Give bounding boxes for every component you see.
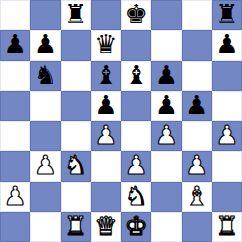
square-a3[interactable] (0, 151, 30, 181)
square-e8[interactable]: ♚ (121, 0, 151, 30)
piece-white-knight[interactable]: ♞ (124, 183, 147, 209)
piece-black-pawn[interactable]: ♟ (215, 31, 238, 57)
square-f3[interactable] (151, 151, 181, 181)
square-h4[interactable]: ♟ (212, 121, 242, 151)
square-f4[interactable]: ♟ (151, 121, 181, 151)
piece-black-rook[interactable]: ♜ (64, 1, 87, 27)
square-f6[interactable]: ♟ (151, 61, 181, 91)
piece-black-pawn[interactable]: ♟ (3, 31, 26, 57)
square-b7[interactable]: ♟ (30, 30, 60, 60)
square-b4[interactable] (30, 121, 60, 151)
piece-black-pawn[interactable]: ♟ (155, 62, 178, 88)
square-a4[interactable] (0, 121, 30, 151)
square-g6[interactable] (182, 61, 212, 91)
square-g5[interactable]: ♟ (182, 91, 212, 121)
square-b5[interactable] (30, 91, 60, 121)
square-d7[interactable]: ♛ (91, 30, 121, 60)
square-f8[interactable] (151, 0, 181, 30)
square-h2[interactable] (212, 182, 242, 212)
square-d4[interactable]: ♟ (91, 121, 121, 151)
square-g7[interactable] (182, 30, 212, 60)
square-g4[interactable] (182, 121, 212, 151)
square-d2[interactable] (91, 182, 121, 212)
square-c3[interactable]: ♞ (61, 151, 91, 181)
piece-black-pawn[interactable]: ♟ (34, 31, 57, 57)
square-f7[interactable] (151, 30, 181, 60)
piece-white-pawn[interactable]: ♟ (94, 122, 117, 148)
square-a8[interactable] (0, 0, 30, 30)
square-e7[interactable] (121, 30, 151, 60)
square-b8[interactable] (30, 0, 60, 30)
piece-black-queen[interactable]: ♛ (94, 31, 117, 57)
square-d3[interactable] (91, 151, 121, 181)
square-h6[interactable] (212, 61, 242, 91)
square-d6[interactable]: ♝ (91, 61, 121, 91)
square-h3[interactable] (212, 151, 242, 181)
square-b3[interactable]: ♟ (30, 151, 60, 181)
square-h7[interactable]: ♟ (212, 30, 242, 60)
square-a1[interactable] (0, 212, 30, 242)
piece-white-king[interactable]: ♚ (124, 213, 147, 239)
square-f2[interactable] (151, 182, 181, 212)
square-b6[interactable]: ♞ (30, 61, 60, 91)
piece-black-bishop[interactable]: ♝ (94, 62, 117, 88)
square-f1[interactable] (151, 212, 181, 242)
piece-black-pawn[interactable]: ♟ (155, 92, 178, 118)
square-e3[interactable]: ♟ (121, 151, 151, 181)
square-h8[interactable]: ♜ (212, 0, 242, 30)
square-c8[interactable]: ♜ (61, 0, 91, 30)
square-c2[interactable] (61, 182, 91, 212)
chess-board: ♜♚♜♟♟♛♟♞♝♝♟♟♟♟♟♟♟♟♞♟♟♟♞♝♜♛♚♜ (0, 0, 242, 242)
square-b2[interactable] (30, 182, 60, 212)
piece-black-pawn[interactable]: ♟ (185, 92, 208, 118)
piece-black-pawn[interactable]: ♟ (94, 92, 117, 118)
square-d5[interactable]: ♟ (91, 91, 121, 121)
square-c7[interactable] (61, 30, 91, 60)
square-c6[interactable] (61, 61, 91, 91)
square-e6[interactable]: ♝ (121, 61, 151, 91)
piece-white-pawn[interactable]: ♟ (155, 122, 178, 148)
piece-white-pawn[interactable]: ♟ (34, 152, 57, 178)
piece-white-pawn[interactable]: ♟ (215, 122, 238, 148)
piece-white-bishop[interactable]: ♝ (185, 183, 208, 209)
square-g3[interactable]: ♟ (182, 151, 212, 181)
square-a6[interactable] (0, 61, 30, 91)
square-a2[interactable]: ♟ (0, 182, 30, 212)
square-a5[interactable] (0, 91, 30, 121)
piece-white-pawn[interactable]: ♟ (185, 152, 208, 178)
square-h5[interactable] (212, 91, 242, 121)
piece-white-pawn[interactable]: ♟ (3, 183, 26, 209)
piece-black-king[interactable]: ♚ (124, 1, 147, 27)
square-c5[interactable] (61, 91, 91, 121)
square-e1[interactable]: ♚ (121, 212, 151, 242)
square-c4[interactable] (61, 121, 91, 151)
piece-white-queen[interactable]: ♛ (94, 213, 117, 239)
square-e5[interactable] (121, 91, 151, 121)
square-d8[interactable] (91, 0, 121, 30)
square-f5[interactable]: ♟ (151, 91, 181, 121)
piece-black-knight[interactable]: ♞ (34, 62, 57, 88)
square-e4[interactable] (121, 121, 151, 151)
square-d1[interactable]: ♛ (91, 212, 121, 242)
square-g8[interactable] (182, 0, 212, 30)
square-e2[interactable]: ♞ (121, 182, 151, 212)
square-a7[interactable]: ♟ (0, 30, 30, 60)
piece-black-rook[interactable]: ♜ (215, 1, 238, 27)
piece-white-rook[interactable]: ♜ (215, 213, 238, 239)
piece-white-knight[interactable]: ♞ (64, 152, 87, 178)
square-g1[interactable] (182, 212, 212, 242)
piece-white-pawn[interactable]: ♟ (124, 152, 147, 178)
piece-black-bishop[interactable]: ♝ (124, 62, 147, 88)
square-g2[interactable]: ♝ (182, 182, 212, 212)
square-b1[interactable] (30, 212, 60, 242)
square-h1[interactable]: ♜ (212, 212, 242, 242)
square-c1[interactable]: ♜ (61, 212, 91, 242)
piece-white-rook[interactable]: ♜ (64, 213, 87, 239)
